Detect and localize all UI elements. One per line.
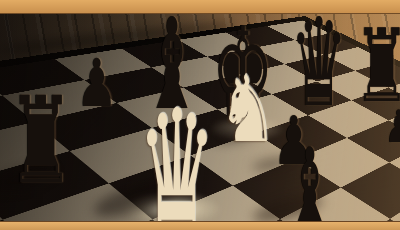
piece-black-rook-a5[interactable]: ♜: [8, 81, 75, 201]
piece-black-bishop-f4[interactable]: ♝: [285, 135, 334, 230]
chess-scene: ♜ ♟ ♝ ♚ ♛ ♜ ♞ ♟ ♟ ♛ ♝: [0, 0, 400, 230]
piece-black-pawn-c7[interactable]: ♟: [76, 51, 117, 117]
frame-top-strip: [0, 0, 400, 14]
piece-black-pawn-h5[interactable]: ♟: [385, 104, 400, 149]
piece-white-knight-f6[interactable]: ♞: [218, 64, 277, 156]
piece-white-queen-d4[interactable]: ♛: [137, 87, 216, 230]
frame-bottom-strip: [0, 221, 400, 230]
